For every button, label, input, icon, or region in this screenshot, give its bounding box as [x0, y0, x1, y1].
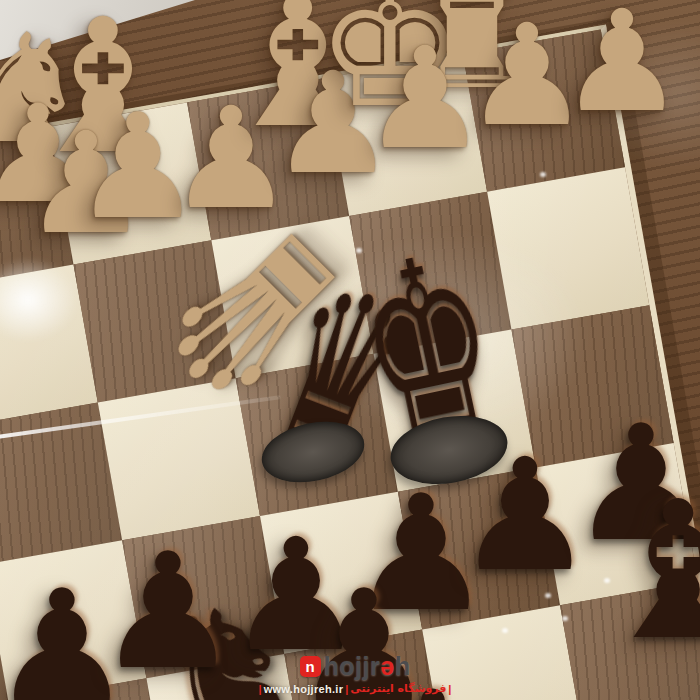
watermark-url: www.hojjreh.ir [264, 683, 344, 695]
watermark-logo-text: hojjrəh [324, 652, 411, 681]
separator-bar: | [345, 683, 348, 695]
watermark: n hojjrəh | www.hojjreh.ir | فروشگاه این… [260, 652, 450, 695]
chess-set-photo: ♞♟♝♟♟♟♝♟♚♜♟♟♟♛♛♚♟♟♟♝♟♟♟♞♟♟ n hojjrəh | w… [0, 0, 700, 700]
water-droplet [540, 172, 546, 177]
water-droplet [502, 628, 508, 633]
watermark-persian-label: فروشگاه اینترنتی [350, 682, 446, 695]
hojjreh-logo-icon: n [300, 656, 321, 677]
black-bishop: ♝ [593, 477, 700, 667]
board-square [487, 167, 649, 329]
watermark-logo: n hojjrəh [260, 652, 450, 681]
water-droplet [562, 616, 568, 621]
white-pawn: ♟ [559, 0, 685, 132]
separator-bar: | [259, 683, 262, 695]
separator-bar: | [448, 683, 451, 695]
black-pawn: ♟ [96, 532, 239, 692]
watermark-subline: | www.hojjreh.ir | فروشگاه اینترنتی | [260, 682, 450, 695]
